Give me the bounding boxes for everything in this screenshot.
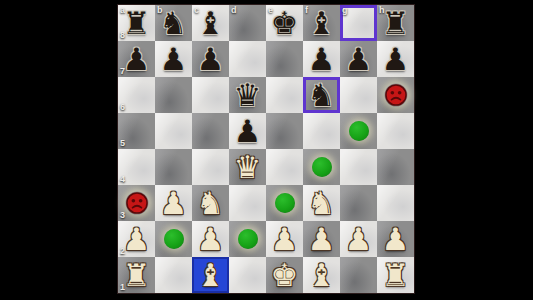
- white-queen[interactable]: ♛: [229, 149, 266, 185]
- square-g4[interactable]: [340, 149, 377, 185]
- black-pawn[interactable]: ♟: [303, 41, 340, 77]
- rank-label-1: 1: [120, 282, 125, 292]
- square-f5[interactable]: [303, 113, 340, 149]
- square-b1[interactable]: [155, 257, 192, 293]
- square-h6[interactable]: [377, 77, 414, 113]
- square-a3[interactable]: 3: [118, 185, 155, 221]
- white-king[interactable]: ♚: [266, 257, 303, 293]
- white-pawn[interactable]: ♟: [192, 221, 229, 257]
- white-knight[interactable]: ♞: [192, 185, 229, 221]
- good-move-dot[interactable]: [238, 229, 258, 249]
- white-bishop[interactable]: ♝: [303, 257, 340, 293]
- square-b6[interactable]: [155, 77, 192, 113]
- square-c2[interactable]: ♟: [192, 221, 229, 257]
- square-b8[interactable]: b♞: [155, 5, 192, 41]
- black-queen[interactable]: ♛: [229, 77, 266, 113]
- square-g2[interactable]: ♟: [340, 221, 377, 257]
- square-g6[interactable]: [340, 77, 377, 113]
- square-d8[interactable]: d: [229, 5, 266, 41]
- square-b3[interactable]: ♟: [155, 185, 192, 221]
- file-label-h: h: [379, 5, 385, 15]
- square-h8[interactable]: h♜: [377, 5, 414, 41]
- square-d3[interactable]: [229, 185, 266, 221]
- black-pawn[interactable]: ♟: [340, 41, 377, 77]
- square-c5[interactable]: [192, 113, 229, 149]
- square-c8[interactable]: c♝: [192, 5, 229, 41]
- square-a5[interactable]: 5: [118, 113, 155, 149]
- square-a6[interactable]: 6: [118, 77, 155, 113]
- square-f4[interactable]: [303, 149, 340, 185]
- square-e6[interactable]: [266, 77, 303, 113]
- black-knight[interactable]: ♞: [303, 77, 340, 113]
- square-h3[interactable]: [377, 185, 414, 221]
- white-pawn[interactable]: ♟: [377, 221, 414, 257]
- good-move-dot[interactable]: [349, 121, 369, 141]
- good-move-dot[interactable]: [164, 229, 184, 249]
- square-e4[interactable]: [266, 149, 303, 185]
- rank-label-5: 5: [120, 138, 125, 148]
- black-bishop[interactable]: ♝: [303, 5, 340, 41]
- square-f6[interactable]: ♞: [303, 77, 340, 113]
- white-pawn[interactable]: ♟: [155, 185, 192, 221]
- file-label-b: b: [157, 5, 163, 15]
- good-move-dot[interactable]: [312, 157, 332, 177]
- square-f7[interactable]: ♟: [303, 41, 340, 77]
- square-f3[interactable]: ♞: [303, 185, 340, 221]
- file-label-c: c: [194, 5, 199, 15]
- chess-board: a8♜b♞c♝de♚f♝gh♜7♟♟♟♟♟♟6♛♞5♟4♛3♟♞♞2♟♟♟♟♟♟…: [118, 5, 414, 293]
- square-e7[interactable]: [266, 41, 303, 77]
- rank-label-8: 8: [120, 30, 125, 40]
- rank-label-2: 2: [120, 246, 125, 256]
- black-pawn[interactable]: ♟: [155, 41, 192, 77]
- square-f2[interactable]: ♟: [303, 221, 340, 257]
- square-g8[interactable]: g: [340, 5, 377, 41]
- square-g7[interactable]: ♟: [340, 41, 377, 77]
- square-d5[interactable]: ♟: [229, 113, 266, 149]
- square-a2[interactable]: 2♟: [118, 221, 155, 257]
- file-label-d: d: [231, 5, 237, 15]
- square-g1[interactable]: [340, 257, 377, 293]
- square-b4[interactable]: [155, 149, 192, 185]
- black-pawn[interactable]: ♟: [229, 113, 266, 149]
- rank-label-6: 6: [120, 102, 125, 112]
- square-d1[interactable]: [229, 257, 266, 293]
- white-pawn[interactable]: ♟: [340, 221, 377, 257]
- square-c4[interactable]: [192, 149, 229, 185]
- white-pawn[interactable]: ♟: [303, 221, 340, 257]
- square-h2[interactable]: ♟: [377, 221, 414, 257]
- black-pawn[interactable]: ♟: [192, 41, 229, 77]
- square-b7[interactable]: ♟: [155, 41, 192, 77]
- square-d4[interactable]: ♛: [229, 149, 266, 185]
- bad-move-icon[interactable]: [125, 192, 148, 215]
- square-a4[interactable]: 4: [118, 149, 155, 185]
- file-label-f: f: [305, 5, 308, 15]
- square-h5[interactable]: [377, 113, 414, 149]
- square-c7[interactable]: ♟: [192, 41, 229, 77]
- square-e1[interactable]: ♚: [266, 257, 303, 293]
- white-rook[interactable]: ♜: [377, 257, 414, 293]
- rank-label-3: 3: [120, 210, 125, 220]
- square-b5[interactable]: [155, 113, 192, 149]
- square-e2[interactable]: ♟: [266, 221, 303, 257]
- square-e5[interactable]: [266, 113, 303, 149]
- square-c6[interactable]: [192, 77, 229, 113]
- square-g5[interactable]: [340, 113, 377, 149]
- square-d6[interactable]: ♛: [229, 77, 266, 113]
- square-g3[interactable]: [340, 185, 377, 221]
- square-h7[interactable]: ♟: [377, 41, 414, 77]
- square-c1[interactable]: ♝: [192, 257, 229, 293]
- square-e3[interactable]: [266, 185, 303, 221]
- square-e8[interactable]: e♚: [266, 5, 303, 41]
- white-pawn[interactable]: ♟: [266, 221, 303, 257]
- square-a1[interactable]: 1♜: [118, 257, 155, 293]
- square-f1[interactable]: ♝: [303, 257, 340, 293]
- black-pawn[interactable]: ♟: [377, 41, 414, 77]
- square-h1[interactable]: ♜: [377, 257, 414, 293]
- square-a7[interactable]: 7♟: [118, 41, 155, 77]
- rank-label-7: 7: [120, 66, 125, 76]
- file-label-e: e: [268, 5, 273, 15]
- square-c3[interactable]: ♞: [192, 185, 229, 221]
- square-h4[interactable]: [377, 149, 414, 185]
- bad-move-icon[interactable]: [384, 84, 407, 107]
- white-bishop[interactable]: ♝: [192, 257, 229, 293]
- square-a8[interactable]: a8♜: [118, 5, 155, 41]
- square-b2[interactable]: [155, 221, 192, 257]
- square-d7[interactable]: [229, 41, 266, 77]
- file-label-a: a: [120, 5, 125, 15]
- square-f8[interactable]: f♝: [303, 5, 340, 41]
- square-d2[interactable]: [229, 221, 266, 257]
- rank-label-4: 4: [120, 174, 125, 184]
- good-move-dot[interactable]: [275, 193, 295, 213]
- file-label-g: g: [342, 5, 348, 15]
- white-knight[interactable]: ♞: [303, 185, 340, 221]
